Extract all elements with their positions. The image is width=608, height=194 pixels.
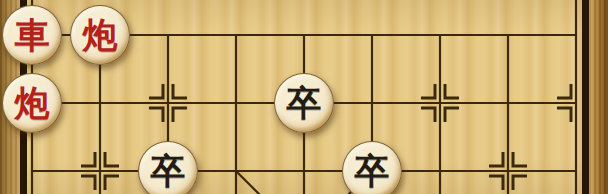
piece-glyph: 卒 — [355, 153, 390, 188]
piece-red-cannon-b5[interactable]: 炮 — [70, 5, 130, 65]
piece-glyph: 卒 — [151, 153, 186, 188]
piece-black-soldier-c7[interactable]: 卒 — [138, 141, 198, 194]
piece-layer: 車炮炮卒卒卒 — [0, 1, 608, 194]
piece-black-soldier-f7[interactable]: 卒 — [342, 141, 402, 194]
piece-red-cannon-a6[interactable]: 炮 — [2, 73, 62, 133]
piece-black-soldier-e6[interactable]: 卒 — [274, 73, 334, 133]
piece-red-chariot-a5[interactable]: 車 — [2, 5, 62, 65]
piece-glyph: 炮 — [83, 17, 118, 52]
piece-glyph: 炮 — [15, 85, 50, 120]
piece-glyph: 卒 — [287, 85, 322, 120]
xiangqi-board: 車炮炮卒卒卒 — [0, 0, 608, 194]
piece-glyph: 車 — [15, 17, 50, 52]
